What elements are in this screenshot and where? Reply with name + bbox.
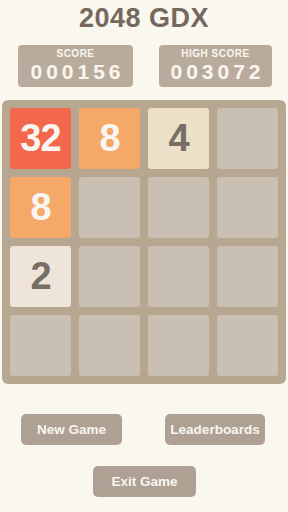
cell-empty <box>79 246 140 307</box>
cell-empty <box>217 246 278 307</box>
tile-4: 4 <box>148 108 209 169</box>
board[interactable]: 328482 <box>2 100 286 384</box>
cell-empty <box>10 315 71 376</box>
page-title: 2048 GDX <box>0 3 288 34</box>
cell-empty <box>217 108 278 169</box>
score-value: 000156 <box>26 60 124 84</box>
tile-2: 2 <box>10 246 71 307</box>
cell-empty <box>217 177 278 238</box>
score-box: SCORE 000156 <box>18 45 133 87</box>
cell-empty <box>79 177 140 238</box>
tile-8: 8 <box>10 177 71 238</box>
cell-empty <box>217 315 278 376</box>
cell-empty <box>148 246 209 307</box>
new-game-button[interactable]: New Game <box>21 414 122 445</box>
high-score-value: 003072 <box>166 60 264 84</box>
cell-empty <box>79 315 140 376</box>
high-score-label: HIGH SCORE <box>181 48 249 60</box>
score-label: SCORE <box>56 48 94 60</box>
high-score-box: HIGH SCORE 003072 <box>159 45 272 87</box>
tile-8: 8 <box>79 108 140 169</box>
tile-32: 32 <box>10 108 71 169</box>
cell-empty <box>148 177 209 238</box>
exit-game-button[interactable]: Exit Game <box>93 466 196 497</box>
leaderboards-button[interactable]: Leaderboards <box>165 414 265 445</box>
cell-empty <box>148 315 209 376</box>
app-screen: 2048 GDX SCORE 000156 HIGH SCORE 003072 … <box>0 0 288 512</box>
